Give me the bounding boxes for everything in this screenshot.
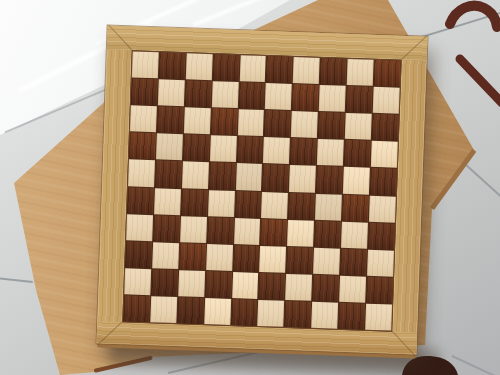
square-r9c4[interactable] xyxy=(205,271,232,298)
tile-grout-line xyxy=(452,355,500,375)
square-r1c5[interactable] xyxy=(239,55,266,82)
square-r5c3[interactable] xyxy=(182,162,209,189)
square-r10c2[interactable] xyxy=(150,296,177,323)
square-r2c2[interactable] xyxy=(158,79,185,106)
square-r9c8[interactable] xyxy=(312,275,339,302)
square-r1c8[interactable] xyxy=(320,58,347,85)
square-r9c7[interactable] xyxy=(286,274,313,301)
square-r7c6[interactable] xyxy=(261,219,288,246)
square-r9c2[interactable] xyxy=(151,269,178,296)
photo-scene xyxy=(0,0,500,375)
square-r3c6[interactable] xyxy=(264,110,291,137)
square-r1c4[interactable] xyxy=(212,54,239,81)
square-r9c10[interactable] xyxy=(366,277,393,304)
board-grid xyxy=(122,50,401,331)
square-r3c8[interactable] xyxy=(318,112,345,139)
square-r2c4[interactable] xyxy=(212,81,239,108)
square-r6c8[interactable] xyxy=(315,193,342,220)
square-r8c9[interactable] xyxy=(340,248,367,275)
square-r5c1[interactable] xyxy=(128,160,155,187)
square-r10c4[interactable] xyxy=(204,298,231,325)
square-r10c8[interactable] xyxy=(312,302,339,329)
square-r1c7[interactable] xyxy=(293,57,320,84)
square-r6c6[interactable] xyxy=(262,192,289,219)
square-r1c2[interactable] xyxy=(159,52,186,79)
square-r3c1[interactable] xyxy=(130,106,157,133)
square-r10c9[interactable] xyxy=(338,303,365,330)
square-r8c3[interactable] xyxy=(179,243,206,270)
draughts-board xyxy=(97,26,428,355)
square-r3c9[interactable] xyxy=(345,113,372,140)
square-r5c9[interactable] xyxy=(343,167,370,194)
square-r1c1[interactable] xyxy=(132,51,159,78)
square-r8c5[interactable] xyxy=(233,245,260,272)
square-r6c10[interactable] xyxy=(369,195,396,222)
square-r10c5[interactable] xyxy=(231,299,258,326)
square-r4c6[interactable] xyxy=(263,137,290,164)
square-r7c8[interactable] xyxy=(314,220,341,247)
square-r5c10[interactable] xyxy=(370,168,397,195)
square-r5c2[interactable] xyxy=(155,161,182,188)
square-r4c8[interactable] xyxy=(317,139,344,166)
chair-rail-icon xyxy=(460,59,500,103)
square-r7c1[interactable] xyxy=(126,214,153,241)
square-r1c9[interactable] xyxy=(347,59,374,86)
square-r10c3[interactable] xyxy=(177,297,204,324)
square-r2c1[interactable] xyxy=(131,78,158,105)
square-r3c10[interactable] xyxy=(372,114,399,141)
square-r6c7[interactable] xyxy=(288,192,315,219)
square-r5c7[interactable] xyxy=(289,165,316,192)
square-r8c2[interactable] xyxy=(152,242,179,269)
square-r7c10[interactable] xyxy=(368,222,395,249)
square-r1c10[interactable] xyxy=(374,60,401,87)
square-r1c6[interactable] xyxy=(266,56,293,83)
square-r4c7[interactable] xyxy=(290,138,317,165)
square-r4c5[interactable] xyxy=(237,136,264,163)
square-r7c9[interactable] xyxy=(341,221,368,248)
square-r10c1[interactable] xyxy=(123,295,150,322)
square-r3c5[interactable] xyxy=(237,109,264,136)
square-r4c9[interactable] xyxy=(344,140,371,167)
square-r6c1[interactable] xyxy=(127,187,154,214)
square-r6c3[interactable] xyxy=(181,189,208,216)
square-r7c7[interactable] xyxy=(287,220,314,247)
square-r6c5[interactable] xyxy=(235,191,262,218)
square-r8c1[interactable] xyxy=(125,241,152,268)
square-r2c5[interactable] xyxy=(238,82,265,109)
square-r4c2[interactable] xyxy=(156,134,183,161)
square-r8c8[interactable] xyxy=(313,248,340,275)
square-r7c5[interactable] xyxy=(234,218,261,245)
square-r2c9[interactable] xyxy=(346,86,373,113)
square-r5c6[interactable] xyxy=(262,164,289,191)
square-r7c4[interactable] xyxy=(207,217,234,244)
square-r5c8[interactable] xyxy=(316,166,343,193)
square-r3c3[interactable] xyxy=(184,107,211,134)
square-r5c4[interactable] xyxy=(209,163,236,190)
square-r2c10[interactable] xyxy=(373,87,400,114)
square-r8c10[interactable] xyxy=(367,249,394,276)
square-r1c3[interactable] xyxy=(186,53,213,80)
square-r2c6[interactable] xyxy=(265,83,292,110)
square-r3c2[interactable] xyxy=(157,106,184,133)
square-r2c3[interactable] xyxy=(185,80,212,107)
square-r10c7[interactable] xyxy=(285,301,312,328)
square-r7c3[interactable] xyxy=(180,216,207,243)
square-r4c1[interactable] xyxy=(129,133,156,160)
square-r4c3[interactable] xyxy=(183,135,210,162)
square-r8c7[interactable] xyxy=(287,247,314,274)
square-r9c5[interactable] xyxy=(232,272,259,299)
square-r6c9[interactable] xyxy=(342,194,369,221)
square-r6c2[interactable] xyxy=(154,188,181,215)
square-r4c10[interactable] xyxy=(371,141,398,168)
square-r2c8[interactable] xyxy=(319,85,346,112)
square-r7c2[interactable] xyxy=(153,215,180,242)
tile-grout-line xyxy=(0,277,33,283)
square-r3c7[interactable] xyxy=(291,111,318,138)
square-r10c10[interactable] xyxy=(365,304,392,331)
square-r2c7[interactable] xyxy=(292,84,319,111)
square-r8c6[interactable] xyxy=(260,246,287,273)
square-r3c4[interactable] xyxy=(211,108,238,135)
square-r9c3[interactable] xyxy=(178,270,205,297)
square-r8c4[interactable] xyxy=(206,244,233,271)
square-r9c1[interactable] xyxy=(124,268,151,295)
square-r10c6[interactable] xyxy=(258,300,285,327)
square-r6c4[interactable] xyxy=(208,190,235,217)
square-r5c5[interactable] xyxy=(236,163,263,190)
square-r9c6[interactable] xyxy=(259,273,286,300)
square-r4c4[interactable] xyxy=(210,135,237,162)
square-r9c9[interactable] xyxy=(339,276,366,303)
